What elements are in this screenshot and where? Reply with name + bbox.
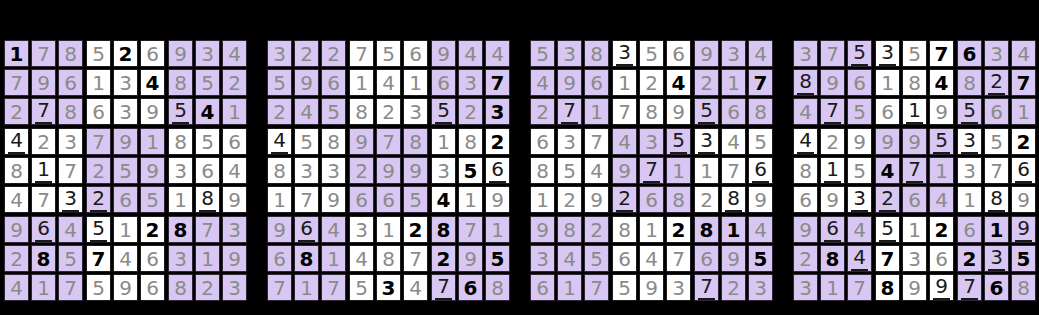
sudoku-grid-1-cell-r2c3: 6 [58, 69, 83, 96]
digit: 7 [961, 276, 978, 300]
digit: 1 [464, 190, 477, 210]
sudoku-grid-3-cell-r6c3: 9 [584, 186, 609, 213]
sudoku-grid-1-box-r1c1: 791259265 [86, 128, 165, 213]
sudoku-grid-3-cell-r7c1: 9 [530, 216, 555, 243]
sudoku-grid-3-cell-r7c7: 8 [694, 216, 719, 243]
digit: 8 [409, 132, 422, 152]
sudoku-grid-3-box-r1c1: 435971268 [612, 128, 691, 213]
sudoku-grid-1-cell-r2c1: 7 [4, 69, 29, 96]
sudoku-grid-3-cell-r5c5: 7 [639, 157, 664, 184]
sudoku-grid-1-cell-r9c7: 8 [168, 274, 193, 301]
sudoku-grid-4-cell-r9c2: 1 [820, 274, 845, 301]
digit: 7 [826, 44, 839, 64]
digit: 4 [201, 102, 215, 122]
digit: 3 [990, 44, 1003, 64]
sudoku-grid-4-cell-r6c1: 6 [793, 186, 818, 213]
digit: 9 [933, 276, 950, 300]
digit: 1 [1017, 102, 1030, 122]
digit: 8 [355, 102, 368, 122]
sudoku-grid-1-cell-r1c3: 8 [58, 40, 83, 67]
digit: 2 [879, 188, 896, 212]
digit: 7 [590, 132, 603, 152]
sudoku-grid-2-cell-r1c4: 7 [349, 40, 374, 67]
digit: 5 [327, 102, 340, 122]
sudoku-grid-1-cell-r8c2: 8 [31, 245, 56, 272]
sudoku-grid-3-cell-r5c2: 5 [557, 157, 582, 184]
sudoku-grid-2-cell-r8c5: 8 [376, 245, 401, 272]
digit: 3 [672, 278, 685, 298]
digit: 2 [963, 249, 977, 269]
sudoku-grid-1-cell-r6c9: 9 [222, 186, 247, 213]
sudoku-grid-2-cell-r9c5: 3 [376, 274, 401, 301]
sudoku-grid-3-cell-r1c3: 8 [584, 40, 609, 67]
sudoku-grid-1-cell-r8c9: 9 [222, 245, 247, 272]
digit: 9 [799, 220, 812, 240]
digit: 6 [824, 218, 841, 242]
digit: 7 [92, 249, 106, 269]
sudoku-grid-1-cell-r3c5: 3 [113, 98, 138, 125]
sudoku-grid-4-cell-r4c6: 5 [929, 128, 954, 155]
sudoku-grid-4-box-r0c2: 634827561 [957, 40, 1036, 125]
sudoku-grid-1-box-r2c0: 964285417 [4, 216, 83, 301]
sudoku-grid-1-cell-r8c7: 3 [168, 245, 193, 272]
sudoku-grid-4-cell-r7c6: 2 [929, 216, 954, 243]
digit: 5 [698, 100, 715, 124]
digit: 4 [437, 190, 451, 210]
sudoku-grid-4-cell-r3c1: 4 [793, 98, 818, 125]
sudoku-grid-3-cell-r9c2: 1 [557, 274, 582, 301]
digit: 4 [590, 161, 603, 181]
sudoku-grid-4-cell-r5c8: 7 [984, 157, 1009, 184]
digit: 6 [92, 102, 105, 122]
sudoku-grid-3-box-r1c0: 637854129 [530, 128, 609, 213]
sudoku-grid-1-cell-r8c6: 6 [140, 245, 165, 272]
sudoku-grid-2-cell-r8c8: 9 [458, 245, 483, 272]
sudoku-grid-1-cell-r9c1: 4 [4, 274, 29, 301]
sudoku-grid-3-cell-r6c7: 2 [694, 186, 719, 213]
sudoku-grid-1-cell-r4c7: 8 [168, 128, 193, 155]
sudoku-grid-2-cell-r3c3: 5 [321, 98, 346, 125]
digit: 4 [355, 249, 368, 269]
sudoku-grid-2-cell-r2c9: 7 [485, 69, 510, 96]
digit: 2 [645, 73, 658, 93]
digit: 7 [327, 278, 340, 298]
sudoku-grid-4-cell-r9c5: 9 [902, 274, 927, 301]
digit: 5 [119, 161, 132, 181]
sudoku-grid-4-cell-r5c2: 1 [820, 157, 845, 184]
digit: 5 [754, 249, 768, 269]
sudoku-grid-1-cell-r1c2: 7 [31, 40, 56, 67]
sudoku-grid-2-cell-r5c9: 6 [485, 157, 510, 184]
sudoku-grid-1-cell-r4c3: 3 [58, 128, 83, 155]
digit: 3 [851, 188, 868, 212]
sudoku-grid-1-cell-r5c2: 1 [31, 157, 56, 184]
sudoku-grid-2-cell-r6c5: 6 [376, 186, 401, 213]
digit: 9 [355, 132, 368, 152]
sudoku-grid-2-cell-r7c9: 1 [485, 216, 510, 243]
sudoku-grid-1-cell-r9c3: 7 [58, 274, 83, 301]
digit: 4 [881, 161, 895, 181]
sudoku-grid-3-cell-r6c1: 1 [530, 186, 555, 213]
digit: 7 [727, 161, 740, 181]
digit: 7 [643, 159, 660, 183]
sudoku-grid-1-cell-r5c4: 2 [86, 157, 111, 184]
sudoku-grid-2-cell-r9c2: 1 [294, 274, 319, 301]
sudoku-grid-3-cell-r3c4: 7 [612, 98, 637, 125]
sudoku-grid-1: 1787962785261346399348525414238174737912… [4, 40, 247, 301]
sudoku-grid-1-cell-r7c2: 6 [31, 216, 56, 243]
digit: 1 [146, 132, 159, 152]
sudoku-grid-2-cell-r7c1: 9 [267, 216, 292, 243]
sudoku-grid-4-cell-r6c4: 2 [875, 186, 900, 213]
sudoku-grid-2-cell-r9c3: 7 [321, 274, 346, 301]
digit: 8 [645, 102, 658, 122]
digit: 7 [672, 249, 685, 269]
digit: 3 [327, 161, 340, 181]
sudoku-grid-2-cell-r4c7: 1 [431, 128, 456, 155]
sudoku-grid-2-cell-r1c1: 3 [267, 40, 292, 67]
digit: 6 [536, 278, 549, 298]
digit: 2 [727, 278, 740, 298]
sudoku-grid-3-cell-r9c9: 3 [748, 274, 773, 301]
digit: 4 [754, 44, 767, 64]
sudoku-grid-3-cell-r7c4: 8 [612, 216, 637, 243]
sudoku-grid-1-cell-r7c3: 4 [58, 216, 83, 243]
digit: 8 [590, 44, 603, 64]
sudoku-grid-3-cell-r3c6: 9 [666, 98, 691, 125]
sudoku-grid-2-cell-r5c7: 3 [431, 157, 456, 184]
sudoku-grid-2-cell-r4c4: 9 [349, 128, 374, 155]
sudoku-grid-1-cell-r4c1: 4 [4, 128, 29, 155]
sudoku-grid-3-box-r0c1: 356124789 [612, 40, 691, 125]
sudoku-grid-3-box-r2c0: 982345617 [530, 216, 609, 301]
sudoku-grid-1-cell-r7c9: 3 [222, 216, 247, 243]
digit: 8 [563, 220, 576, 240]
sudoku-grid-4-cell-r4c9: 2 [1011, 128, 1036, 155]
digit: 3 [879, 42, 896, 66]
sudoku-grid-2-cell-r2c6: 1 [403, 69, 428, 96]
sudoku-grid-4-cell-r5c1: 8 [793, 157, 818, 184]
sudoku-grid-2-cell-r5c3: 3 [321, 157, 346, 184]
sudoku-grid-4-cell-r5c5: 7 [902, 157, 927, 184]
sudoku-grid-4-cell-r4c8: 5 [984, 128, 1009, 155]
sudoku-grid-1-cell-r6c8: 8 [195, 186, 220, 213]
digit: 4 [119, 249, 132, 269]
sudoku-grid-3-cell-r1c8: 3 [721, 40, 746, 67]
digit: 3 [799, 278, 812, 298]
sudoku-grid-2: 3225962457561418239446375234588331799782… [267, 40, 510, 301]
sudoku-grid-1-cell-r4c8: 5 [195, 128, 220, 155]
digit: 2 [536, 102, 549, 122]
sudoku-grid-2-cell-r6c1: 1 [267, 186, 292, 213]
sudoku-grid-1-cell-r4c2: 2 [31, 128, 56, 155]
digit: 5 [464, 161, 478, 181]
digit: 6 [437, 73, 450, 93]
sudoku-grid-2-cell-r8c3: 1 [321, 245, 346, 272]
sudoku-grid-1-box-r0c0: 178796278 [4, 40, 83, 125]
digit: 6 [1015, 159, 1032, 183]
sudoku-grid-1-cell-r7c6: 2 [140, 216, 165, 243]
digit: 1 [37, 278, 50, 298]
sudoku-grid-1-cell-r6c4: 2 [86, 186, 111, 213]
sudoku-grid-2-cell-r2c2: 9 [294, 69, 319, 96]
digit: 4 [382, 73, 395, 93]
sudoku-grid-4-cell-r4c5: 9 [902, 128, 927, 155]
digit: 6 [119, 190, 132, 210]
digit: 7 [853, 278, 866, 298]
digit: 6 [35, 218, 52, 242]
digit: 9 [174, 44, 187, 64]
digit: 9 [908, 132, 921, 152]
digit: 8 [273, 161, 286, 181]
digit: 3 [228, 278, 241, 298]
sudoku-grid-4-cell-r9c4: 8 [875, 274, 900, 301]
sudoku-grid-3-cell-r5c8: 7 [721, 157, 746, 184]
digit: 8 [64, 102, 77, 122]
digit: 4 [754, 220, 767, 240]
sudoku-grid-3-cell-r4c8: 4 [721, 128, 746, 155]
digit: 1 [409, 73, 422, 93]
digit: 3 [464, 73, 477, 93]
sudoku-grid-4-cell-r4c2: 2 [820, 128, 845, 155]
digit: 5 [754, 132, 767, 152]
sudoku-grid-2-cell-r6c7: 4 [431, 186, 456, 213]
sudoku-grid-1-cell-r9c5: 9 [113, 274, 138, 301]
digit: 9 [881, 132, 894, 152]
digit: 3 [201, 44, 214, 64]
sudoku-grid-3-cell-r7c2: 8 [557, 216, 582, 243]
digit: 8 [300, 249, 314, 269]
sudoku-grid-4-box-r0c1: 357184619 [875, 40, 954, 125]
sudoku-grid-1-cell-r8c1: 2 [4, 245, 29, 272]
digit: 3 [799, 44, 812, 64]
sudoku-grid-3-cell-r6c9: 9 [748, 186, 773, 213]
sudoku-grid-3-cell-r3c7: 5 [694, 98, 719, 125]
digit: 9 [1017, 190, 1030, 210]
sudoku-grid-4-cell-r1c9: 4 [1011, 40, 1036, 67]
sudoku-grid-2-cell-r9c4: 5 [349, 274, 374, 301]
digit: 6 [464, 278, 478, 298]
digit: 7 [300, 190, 313, 210]
sudoku-grid-2-cell-r1c5: 5 [376, 40, 401, 67]
sudoku-grid-1-cell-r3c9: 1 [222, 98, 247, 125]
digit: 4 [327, 220, 340, 240]
sudoku-grid-4-box-r2c1: 512736899 [875, 216, 954, 301]
digit: 1 [119, 220, 132, 240]
sudoku-grid-2-cell-r3c6: 3 [403, 98, 428, 125]
sudoku-grid-4-cell-r1c8: 3 [984, 40, 1009, 67]
sudoku-grid-1-cell-r7c4: 5 [86, 216, 111, 243]
sudoku-grid-4-cell-r3c2: 7 [820, 98, 845, 125]
digit: 1 [563, 278, 576, 298]
sudoku-grid-3-cell-r2c6: 4 [666, 69, 691, 96]
digit: 1 [273, 190, 286, 210]
sudoku-grid-4-cell-r2c4: 1 [875, 69, 900, 96]
sudoku-grid-4-cell-r3c8: 6 [984, 98, 1009, 125]
sudoku-grid-4-cell-r6c8: 8 [984, 186, 1009, 213]
sudoku-grid-3-box-r0c2: 934217568 [694, 40, 773, 125]
sudoku-grid-1-cell-r9c2: 1 [31, 274, 56, 301]
sudoku-grid-4-cell-r1c7: 6 [957, 40, 982, 67]
sudoku-grid-3-cell-r4c1: 6 [530, 128, 555, 155]
digit: 6 [201, 161, 214, 181]
sudoku-grid-3-cell-r8c5: 4 [639, 245, 664, 272]
sudoku-grid-4-cell-r6c9: 9 [1011, 186, 1036, 213]
digit: 8 [1017, 278, 1030, 298]
digit: 3 [119, 102, 132, 122]
digit: 2 [437, 249, 451, 269]
sudoku-grid-3-cell-r2c4: 1 [612, 69, 637, 96]
sudoku-grid-3-box-r2c2: 814695723 [694, 216, 773, 301]
sudoku-grid-4-cell-r3c4: 6 [875, 98, 900, 125]
sudoku-grid-4-cell-r8c4: 7 [875, 245, 900, 272]
digit: 1 [618, 73, 631, 93]
digit: 1 [906, 100, 923, 124]
sudoku-grid-2-cell-r1c8: 4 [458, 40, 483, 67]
sudoku-grid-3-cell-r4c4: 4 [612, 128, 637, 155]
sudoku-grid-4-cell-r8c8: 3 [984, 245, 1009, 272]
sudoku-grid-4-cell-r4c4: 9 [875, 128, 900, 155]
sudoku-grid-4-cell-r4c3: 9 [847, 128, 872, 155]
digit: 4 [727, 132, 740, 152]
sudoku-grid-3-cell-r2c1: 4 [530, 69, 555, 96]
digit: 4 [672, 73, 686, 93]
digit: 7 [881, 249, 895, 269]
sudoku-grid-2-box-r2c2: 871295768 [431, 216, 510, 301]
sudoku-grid-4-cell-r5c6: 1 [929, 157, 954, 184]
sudoku-grid-1-cell-r2c9: 2 [222, 69, 247, 96]
sudoku-grid-4-cell-r9c1: 3 [793, 274, 818, 301]
digit: 5 [382, 44, 395, 64]
sudoku-grid-4-cell-r1c2: 7 [820, 40, 845, 67]
sudoku-grid-4-cell-r2c5: 8 [902, 69, 927, 96]
sudoku-grid-1-box-r0c1: 526134639 [86, 40, 165, 125]
sudoku-grid-1-cell-r3c3: 8 [58, 98, 83, 125]
sudoku-grid-4-cell-r3c7: 5 [957, 98, 982, 125]
digit: 8 [618, 220, 631, 240]
sudoku-grid-1-cell-r5c5: 5 [113, 157, 138, 184]
digit: 9 [146, 161, 159, 181]
sudoku-grid-4-cell-r3c6: 9 [929, 98, 954, 125]
digit: 5 [908, 44, 921, 64]
digit: 3 [300, 161, 313, 181]
digit: 2 [92, 161, 105, 181]
digit: 4 [799, 102, 812, 122]
digit: 2 [37, 132, 50, 152]
digit: 6 [853, 73, 866, 93]
sudoku-grid-1-cell-r8c3: 5 [58, 245, 83, 272]
digit: 3 [563, 132, 576, 152]
sudoku-grid-1-cell-r5c9: 4 [222, 157, 247, 184]
digit: 2 [799, 249, 812, 269]
sudoku-grid-2-cell-r4c6: 8 [403, 128, 428, 155]
digit: 2 [228, 73, 241, 93]
sudoku-grid-3-cell-r9c3: 7 [584, 274, 609, 301]
digit: 3 [174, 161, 187, 181]
sudoku-grid-3-cell-r1c2: 3 [557, 40, 582, 67]
sudoku-grid-1-cell-r5c6: 9 [140, 157, 165, 184]
digit: 8 [797, 71, 814, 95]
digit: 5 [536, 44, 549, 64]
sudoku-grid-1-cell-r7c7: 8 [168, 216, 193, 243]
sudoku-grid-2-cell-r4c1: 4 [267, 128, 292, 155]
digit: 4 [228, 161, 241, 181]
digit: 1 [908, 220, 921, 240]
sudoku-grid-2-cell-r2c4: 1 [349, 69, 374, 96]
digit: 6 [908, 190, 921, 210]
digit: 3 [698, 130, 715, 154]
sudoku-grid-1-cell-r9c4: 5 [86, 274, 111, 301]
digit: 9 [10, 220, 23, 240]
sudoku-grid-3-cell-r2c3: 6 [584, 69, 609, 96]
digit: 6 [228, 132, 241, 152]
digit: 9 [826, 73, 839, 93]
digit: 2 [201, 278, 214, 298]
sudoku-grid-3-cell-r5c6: 1 [666, 157, 691, 184]
digit: 3 [409, 102, 422, 122]
sudoku-grid-3-cell-r7c6: 2 [666, 216, 691, 243]
digit: 4 [10, 278, 23, 298]
sudoku-grid-4-cell-r1c3: 5 [847, 40, 872, 67]
digit: 5 [563, 161, 576, 181]
sudoku-grid-3-cell-r8c7: 6 [694, 245, 719, 272]
digit: 1 [228, 102, 241, 122]
sudoku-grid-2-cell-r6c4: 6 [349, 186, 374, 213]
digit: 2 [273, 102, 286, 122]
digit: 9 [618, 161, 631, 181]
digit: 4 [935, 73, 949, 93]
digit: 5 [92, 44, 105, 64]
digit: 8 [174, 73, 187, 93]
sudoku-grid-1-cell-r4c5: 9 [113, 128, 138, 155]
sudoku-grid-2-box-r0c1: 756141823 [349, 40, 428, 125]
digit: 6 [489, 159, 506, 183]
digit: 8 [672, 190, 685, 210]
sudoku-grid-2-cell-r1c2: 2 [294, 40, 319, 67]
digit: 7 [906, 159, 923, 183]
digit: 5 [300, 132, 313, 152]
digit: 5 [172, 100, 189, 124]
digit: 1 [201, 249, 214, 269]
sudoku-grid-2-cell-r3c1: 2 [267, 98, 292, 125]
sudoku-grid-1-cell-r6c5: 6 [113, 186, 138, 213]
sudoku-grid-1-cell-r2c6: 4 [140, 69, 165, 96]
digit: 5 [201, 73, 214, 93]
digit: 9 [382, 161, 395, 181]
sudoku-grid-2-cell-r2c7: 6 [431, 69, 456, 96]
sudoku-grid-3-cell-r3c2: 7 [557, 98, 582, 125]
sudoku-grid-2-cell-r3c2: 4 [294, 98, 319, 125]
digit: 1 [437, 132, 450, 152]
digit: 2 [409, 220, 423, 240]
sudoku-grid-1-cell-r4c6: 1 [140, 128, 165, 155]
sudoku-grid-2-cell-r6c8: 1 [458, 186, 483, 213]
digit: 8 [700, 220, 714, 240]
sudoku-grid-1-cell-r6c1: 4 [4, 186, 29, 213]
digit: 6 [672, 44, 685, 64]
sudoku-grid-4-cell-r2c6: 4 [929, 69, 954, 96]
digit: 7 [355, 44, 368, 64]
sudoku-grid-3-cell-r5c4: 9 [612, 157, 637, 184]
sudoku-grid-4-cell-r3c5: 1 [902, 98, 927, 125]
sudoku-grid-3-cell-r7c8: 1 [721, 216, 746, 243]
digit: 8 [174, 220, 188, 240]
digit: 6 [409, 44, 422, 64]
sudoku-grid-3-cell-r9c1: 6 [530, 274, 555, 301]
sudoku-grid-4-cell-r6c3: 3 [847, 186, 872, 213]
sudoku-grid-1-cell-r5c8: 6 [195, 157, 220, 184]
sudoku-grid-4-cell-r4c1: 4 [793, 128, 818, 155]
